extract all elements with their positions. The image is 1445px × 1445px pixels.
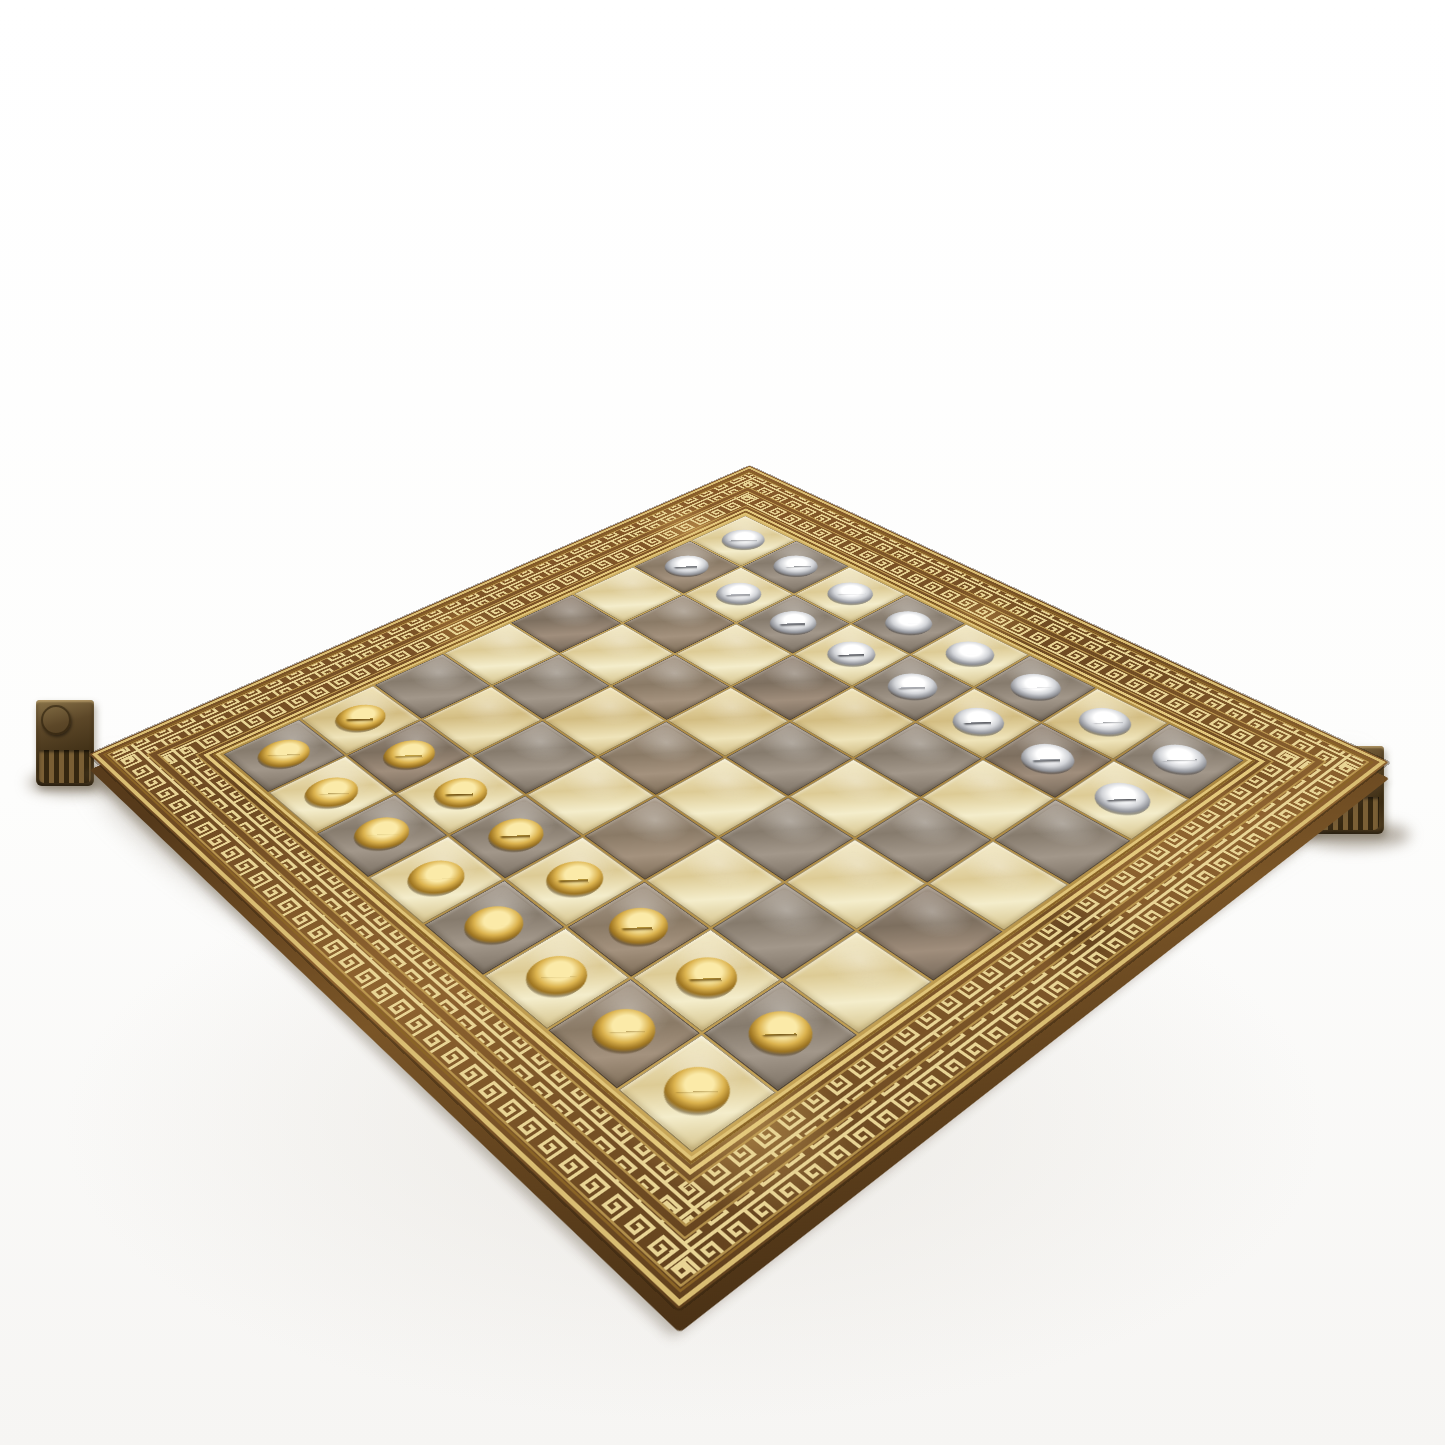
- piece-black-bishop[interactable]: ♝: [1005, 631, 1064, 696]
- piece-black-knight[interactable]: ♞: [769, 518, 820, 574]
- piece-anchor: ♟: [935, 720, 1022, 723]
- piece-white-bishop[interactable]: ♝: [520, 907, 592, 987]
- piece-black-bishop[interactable]: ♝: [823, 543, 877, 602]
- board-3d-stack: ♜♞♝♛♚♝♞♜♟♟♟♟♟♟♟♟♟♟♟♟♟♟♟♟♜♞♝♛♚♝♞♜: [0, 0, 1445, 1445]
- piece-black-rook[interactable]: ♜: [1149, 704, 1208, 769]
- piece-black-knight[interactable]: ♞: [1075, 667, 1134, 732]
- square-f5[interactable]: [789, 759, 919, 838]
- piece-white-rook[interactable]: ♜: [659, 1021, 732, 1102]
- piece-anchor: ♜: [1134, 758, 1224, 761]
- piece-anchor: ♟: [1003, 758, 1092, 761]
- piece-white-knight[interactable]: ♞: [587, 962, 660, 1042]
- chess-board: ♜♞♝♛♚♝♞♜♟♟♟♟♟♟♟♟♟♟♟♟♟♟♟♟♜♞♝♛♚♝♞♜: [89, 466, 1389, 1310]
- piece-black-king[interactable]: ♚: [932, 581, 1006, 663]
- piece-black-queen[interactable]: ♛: [875, 560, 940, 632]
- board-field: ♜♞♝♛♚♝♞♜♟♟♟♟♟♟♟♟♟♟♟♟♟♟♟♟♜♞♝♛♚♝♞♜: [219, 514, 1248, 1157]
- piece-anchor: ♟: [1076, 797, 1168, 800]
- product-photo-scene: ♜♞♝♛♚♝♞♜♟♟♟♟♟♟♟♟♟♟♟♟♟♟♟♟♜♞♝♛♚♝♞♜: [0, 0, 1445, 1445]
